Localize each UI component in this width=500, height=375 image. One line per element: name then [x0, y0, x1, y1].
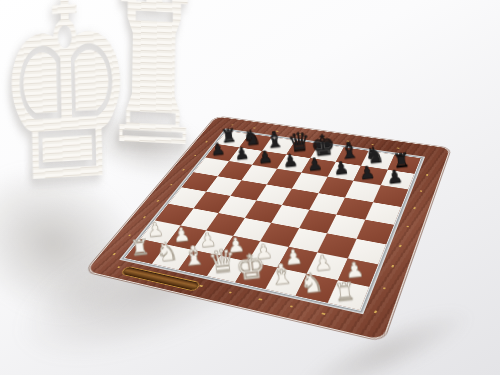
piece-white-knight[interactable]: ♞ [294, 269, 330, 297]
square-h6[interactable] [373, 185, 408, 206]
piece-black-pawn[interactable]: ♟ [276, 152, 304, 170]
piece-black-pawn[interactable]: ♟ [251, 148, 279, 166]
square-g5[interactable] [336, 197, 372, 219]
piece-white-king[interactable]: ♚ [233, 250, 268, 284]
square-h1[interactable]: ♜ [327, 280, 369, 310]
piece-white-rook[interactable]: ♜ [326, 279, 362, 304]
piece-white-bishop[interactable]: ♝ [263, 262, 298, 290]
piece-black-pawn[interactable]: ♟ [380, 167, 410, 186]
piece-black-pawn[interactable]: ♟ [326, 159, 355, 177]
piece-black-pawn[interactable]: ♟ [301, 155, 329, 173]
photo-scene: ♚ ♜ ♜♞♝♛♚♝♞♜♟♟♟♟♟♟♟♟♟♟♟♟♟♟♟♟♜♞♝♛♚♝♞♜ [0, 0, 500, 375]
piece-black-pawn[interactable]: ♟ [353, 163, 382, 182]
